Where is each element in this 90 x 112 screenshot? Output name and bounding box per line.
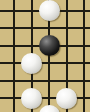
grid-line-horizontal — [0, 27, 90, 29]
white-stone[interactable] — [21, 53, 42, 74]
white-stone[interactable] — [39, 0, 60, 21]
grid-line-horizontal — [0, 80, 90, 82]
grid-line-vertical — [83, 0, 85, 112]
white-stone[interactable] — [21, 88, 42, 109]
go-board[interactable] — [0, 0, 90, 112]
white-stone[interactable] — [56, 88, 77, 109]
grid-line-vertical — [13, 0, 15, 112]
grid-line-horizontal — [0, 62, 90, 64]
black-stone[interactable] — [39, 35, 60, 56]
white-stone[interactable] — [39, 105, 60, 112]
